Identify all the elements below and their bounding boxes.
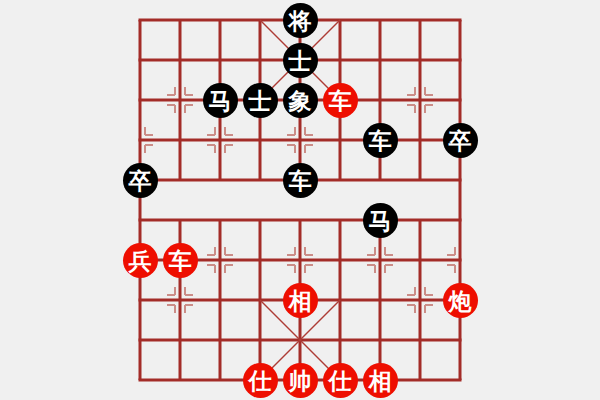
board-point-h5[interactable] [400,200,440,240]
board-point-a5[interactable] [120,200,160,240]
board-point-i6[interactable] [440,240,480,280]
board-point-h0[interactable] [400,0,440,40]
board-point-a0[interactable] [120,0,160,40]
board-point-c0[interactable] [200,0,240,40]
board-point-f2[interactable]: 车 [320,80,360,120]
board-point-h4[interactable] [400,160,440,200]
board-point-g0[interactable] [360,0,400,40]
black-chariot[interactable]: 车 [363,123,398,158]
board-point-g1[interactable] [360,40,400,80]
board-point-a2[interactable] [120,80,160,120]
board-point-d5[interactable] [240,200,280,240]
board-point-b8[interactable] [160,320,200,360]
black-horse[interactable]: 马 [203,83,238,118]
board-point-h8[interactable] [400,320,440,360]
board-point-g7[interactable] [360,280,400,320]
black-chariot[interactable]: 车 [283,163,318,198]
board-point-i7[interactable]: 炮 [440,280,480,320]
board-point-i1[interactable] [440,40,480,80]
board-point-e0[interactable]: 将 [280,0,320,40]
red-general[interactable]: 帅 [283,363,318,398]
board-point-f9[interactable]: 仕 [320,360,360,400]
board-point-d6[interactable] [240,240,280,280]
red-advisor[interactable]: 仕 [323,363,358,398]
board-point-h1[interactable] [400,40,440,80]
board-point-e1[interactable]: 士 [280,40,320,80]
board-point-c7[interactable] [200,280,240,320]
red-chariot[interactable]: 车 [323,83,358,118]
board-point-i0[interactable] [440,0,480,40]
red-elephant[interactable]: 相 [283,283,318,318]
board-point-e6[interactable] [280,240,320,280]
board-point-b3[interactable] [160,120,200,160]
board-point-b5[interactable] [160,200,200,240]
board-point-g3[interactable]: 车 [360,120,400,160]
board-point-g6[interactable] [360,240,400,280]
board-point-b1[interactable] [160,40,200,80]
red-advisor[interactable]: 仕 [243,363,278,398]
board-point-f7[interactable] [320,280,360,320]
black-soldier[interactable]: 卒 [123,163,158,198]
board-point-d0[interactable] [240,0,280,40]
board-point-h9[interactable] [400,360,440,400]
board-point-e5[interactable] [280,200,320,240]
board-points-grid: 将士马士象车车卒卒车马兵车相炮仕帅仕相 [120,0,480,400]
board-point-a8[interactable] [120,320,160,360]
board-point-b7[interactable] [160,280,200,320]
red-cannon[interactable]: 炮 [443,283,478,318]
board-point-a9[interactable] [120,360,160,400]
board-point-a6[interactable]: 兵 [120,240,160,280]
xiangqi-board: 将士马士象车车卒卒车马兵车相炮仕帅仕相 [0,0,600,400]
board-point-h2[interactable] [400,80,440,120]
board-point-c2[interactable]: 马 [200,80,240,120]
board-point-e7[interactable]: 相 [280,280,320,320]
board-point-g2[interactable] [360,80,400,120]
black-advisor[interactable]: 士 [243,83,278,118]
board-point-e3[interactable] [280,120,320,160]
black-advisor[interactable]: 士 [283,43,318,78]
board-point-c9[interactable] [200,360,240,400]
board-point-a1[interactable] [120,40,160,80]
board-point-d7[interactable] [240,280,280,320]
black-soldier[interactable]: 卒 [443,123,478,158]
board-point-d4[interactable] [240,160,280,200]
board-point-c6[interactable] [200,240,240,280]
board-point-i8[interactable] [440,320,480,360]
board-point-c1[interactable] [200,40,240,80]
board-point-c5[interactable] [200,200,240,240]
board-point-b0[interactable] [160,0,200,40]
board-point-i5[interactable] [440,200,480,240]
board-point-b2[interactable] [160,80,200,120]
board-point-c3[interactable] [200,120,240,160]
board-point-f6[interactable] [320,240,360,280]
board-point-e4[interactable]: 车 [280,160,320,200]
board-point-b9[interactable] [160,360,200,400]
board-point-i3[interactable]: 卒 [440,120,480,160]
board-point-i9[interactable] [440,360,480,400]
board-point-c4[interactable] [200,160,240,200]
board-point-h6[interactable] [400,240,440,280]
red-chariot[interactable]: 车 [163,243,198,278]
board-point-g8[interactable] [360,320,400,360]
board-point-c8[interactable] [200,320,240,360]
board-point-d3[interactable] [240,120,280,160]
board-point-g5[interactable]: 马 [360,200,400,240]
board-point-g4[interactable] [360,160,400,200]
board-point-f1[interactable] [320,40,360,80]
board-point-f0[interactable] [320,0,360,40]
board-point-f5[interactable] [320,200,360,240]
board-point-d9[interactable]: 仕 [240,360,280,400]
board-point-d8[interactable] [240,320,280,360]
red-soldier[interactable]: 兵 [123,243,158,278]
board-point-d1[interactable] [240,40,280,80]
board-point-h3[interactable] [400,120,440,160]
black-general[interactable]: 将 [283,3,318,38]
board-point-f8[interactable] [320,320,360,360]
board-point-a3[interactable] [120,120,160,160]
board-point-e2[interactable]: 象 [280,80,320,120]
board-point-b6[interactable]: 车 [160,240,200,280]
board-point-a4[interactable]: 卒 [120,160,160,200]
board-point-e9[interactable]: 帅 [280,360,320,400]
board-point-i2[interactable] [440,80,480,120]
black-horse[interactable]: 马 [363,203,398,238]
board-point-d2[interactable]: 士 [240,80,280,120]
board-point-f3[interactable] [320,120,360,160]
red-elephant[interactable]: 相 [363,363,398,398]
black-elephant[interactable]: 象 [283,83,318,118]
board-point-i4[interactable] [440,160,480,200]
board-point-h7[interactable] [400,280,440,320]
board-point-g9[interactable]: 相 [360,360,400,400]
board-point-f4[interactable] [320,160,360,200]
board-point-e8[interactable] [280,320,320,360]
board-point-b4[interactable] [160,160,200,200]
board-point-a7[interactable] [120,280,160,320]
